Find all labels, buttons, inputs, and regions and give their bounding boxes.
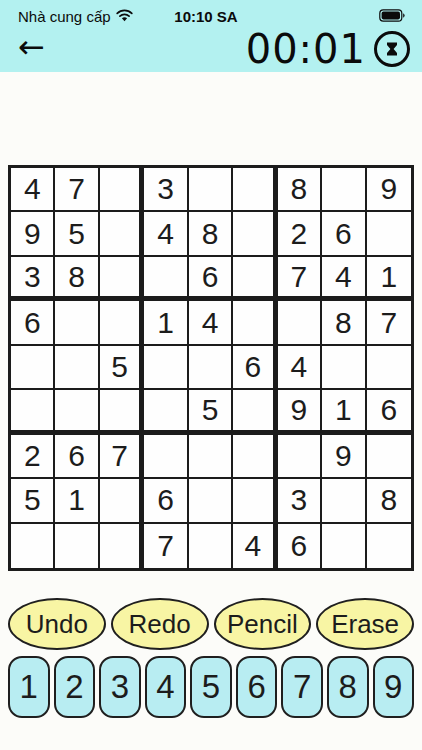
cell-r7c9[interactable] <box>367 435 411 479</box>
cell-r6c7[interactable]: 9 <box>278 390 322 434</box>
cell-r6c8[interactable]: 1 <box>322 390 366 434</box>
cell-r2c3[interactable] <box>100 212 144 256</box>
cell-r1c9[interactable]: 9 <box>367 168 411 212</box>
back-button[interactable]: ← <box>18 31 51 67</box>
cell-r6c1[interactable] <box>11 390 55 434</box>
cell-r7c2[interactable]: 6 <box>55 435 99 479</box>
cell-r8c8[interactable] <box>322 479 366 523</box>
cell-r5c5[interactable] <box>189 346 233 390</box>
number-button-4[interactable]: 4 <box>145 656 187 718</box>
cell-r2c8[interactable]: 6 <box>322 212 366 256</box>
cell-r2c9[interactable] <box>367 212 411 256</box>
cell-r1c8[interactable] <box>322 168 366 212</box>
cell-r8c5[interactable] <box>189 479 233 523</box>
cell-r5c3[interactable]: 5 <box>100 346 144 390</box>
number-button-5[interactable]: 5 <box>190 656 232 718</box>
cell-r3c7[interactable]: 7 <box>278 257 322 301</box>
cell-r9c1[interactable] <box>11 524 55 568</box>
cell-r9c2[interactable] <box>55 524 99 568</box>
number-button-2[interactable]: 2 <box>54 656 96 718</box>
cell-r5c6[interactable]: 6 <box>233 346 277 390</box>
status-right <box>244 8 406 25</box>
cell-r7c3[interactable]: 7 <box>100 435 144 479</box>
cell-r9c3[interactable] <box>100 524 144 568</box>
board-area: 4738995482638674161487564591626795163874… <box>0 72 422 571</box>
cell-r6c2[interactable] <box>55 390 99 434</box>
cell-r4c3[interactable] <box>100 301 144 345</box>
cell-r2c6[interactable] <box>233 212 277 256</box>
cell-r9c6[interactable]: 4 <box>233 524 277 568</box>
cell-r5c7[interactable]: 4 <box>278 346 322 390</box>
cell-r3c1[interactable]: 3 <box>11 257 55 301</box>
number-button-9[interactable]: 9 <box>373 656 415 718</box>
cell-r9c4[interactable]: 7 <box>144 524 188 568</box>
cell-r7c6[interactable] <box>233 435 277 479</box>
cell-r7c1[interactable]: 2 <box>11 435 55 479</box>
number-button-6[interactable]: 6 <box>236 656 278 718</box>
cell-r5c4[interactable] <box>144 346 188 390</box>
cell-r4c4[interactable]: 1 <box>144 301 188 345</box>
cell-r2c7[interactable]: 2 <box>278 212 322 256</box>
cell-r6c4[interactable] <box>144 390 188 434</box>
cell-r1c3[interactable] <box>100 168 144 212</box>
nav-bar: ← 00:01 <box>0 26 422 72</box>
cell-r6c9[interactable]: 6 <box>367 390 411 434</box>
cell-r7c8[interactable]: 9 <box>322 435 366 479</box>
cell-r9c9[interactable] <box>367 524 411 568</box>
cell-r9c8[interactable] <box>322 524 366 568</box>
cell-r3c6[interactable] <box>233 257 277 301</box>
cell-r8c3[interactable] <box>100 479 144 523</box>
carrier-label: Nhà cung cấp <box>18 8 111 25</box>
cell-r3c8[interactable]: 4 <box>322 257 366 301</box>
hourglass-icon[interactable] <box>374 31 410 67</box>
number-button-7[interactable]: 7 <box>281 656 323 718</box>
undo-button[interactable]: Undo <box>8 598 106 650</box>
cell-r6c3[interactable] <box>100 390 144 434</box>
cell-r8c4[interactable]: 6 <box>144 479 188 523</box>
cell-r4c9[interactable]: 7 <box>367 301 411 345</box>
timer-group: 00:01 <box>246 29 410 69</box>
cell-r3c3[interactable] <box>100 257 144 301</box>
cell-r6c5[interactable]: 5 <box>189 390 233 434</box>
cell-r1c4[interactable]: 3 <box>144 168 188 212</box>
cell-r3c5[interactable]: 6 <box>189 257 233 301</box>
cell-r4c6[interactable] <box>233 301 277 345</box>
cell-r9c7[interactable]: 6 <box>278 524 322 568</box>
wifi-icon <box>116 8 133 25</box>
cell-r9c5[interactable] <box>189 524 233 568</box>
pencil-button[interactable]: Pencil <box>214 598 312 650</box>
cell-r6c6[interactable] <box>233 390 277 434</box>
cell-r8c7[interactable]: 3 <box>278 479 322 523</box>
cell-r1c6[interactable] <box>233 168 277 212</box>
sudoku-grid: 4738995482638674161487564591626795163874… <box>8 165 414 571</box>
cell-r5c2[interactable] <box>55 346 99 390</box>
number-button-1[interactable]: 1 <box>8 656 50 718</box>
cell-r2c1[interactable]: 9 <box>11 212 55 256</box>
status-bar: Nhà cung cấp 10:10 SA <box>0 0 422 26</box>
cell-r7c7[interactable] <box>278 435 322 479</box>
cell-r8c1[interactable]: 5 <box>11 479 55 523</box>
erase-button[interactable]: Erase <box>316 598 414 650</box>
cell-r5c9[interactable] <box>367 346 411 390</box>
cell-r4c8[interactable]: 8 <box>322 301 366 345</box>
cell-r7c4[interactable] <box>144 435 188 479</box>
redo-button[interactable]: Redo <box>111 598 209 650</box>
battery-icon <box>379 8 406 25</box>
cell-r7c5[interactable] <box>189 435 233 479</box>
cell-r2c2[interactable]: 5 <box>55 212 99 256</box>
cell-r5c1[interactable] <box>11 346 55 390</box>
header: Nhà cung cấp 10:10 SA ← 0 <box>0 0 422 72</box>
cell-r4c7[interactable] <box>278 301 322 345</box>
status-time: 10:10 SA <box>174 8 237 25</box>
controls-row: Undo Redo Pencil Erase <box>0 598 422 650</box>
cell-r5c8[interactable] <box>322 346 366 390</box>
cell-r2c5[interactable]: 8 <box>189 212 233 256</box>
cell-r1c7[interactable]: 8 <box>278 168 322 212</box>
number-button-8[interactable]: 8 <box>327 656 369 718</box>
cell-r8c2[interactable]: 1 <box>55 479 99 523</box>
cell-r8c6[interactable] <box>233 479 277 523</box>
cell-r3c4[interactable] <box>144 257 188 301</box>
status-left: Nhà cung cấp <box>18 8 180 25</box>
cell-r3c2[interactable]: 8 <box>55 257 99 301</box>
cell-r3c9[interactable]: 1 <box>367 257 411 301</box>
cell-r1c5[interactable] <box>189 168 233 212</box>
number-button-3[interactable]: 3 <box>99 656 141 718</box>
cell-r4c5[interactable]: 4 <box>189 301 233 345</box>
cell-r4c1[interactable]: 6 <box>11 301 55 345</box>
cell-r4c2[interactable] <box>55 301 99 345</box>
number-pad: 123456789 <box>0 656 422 718</box>
cell-r8c9[interactable]: 8 <box>367 479 411 523</box>
cell-r2c4[interactable]: 4 <box>144 212 188 256</box>
timer-label: 00:01 <box>246 29 366 69</box>
cell-r1c2[interactable]: 7 <box>55 168 99 212</box>
cell-r1c1[interactable]: 4 <box>11 168 55 212</box>
